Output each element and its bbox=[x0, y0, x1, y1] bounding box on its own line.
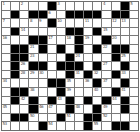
clue-number: 45 bbox=[3, 105, 7, 109]
white-cell-r11c1[interactable] bbox=[2, 88, 10, 96]
white-cell-r6c6[interactable] bbox=[48, 45, 56, 53]
white-cell-r4c12[interactable]: 15 bbox=[102, 28, 110, 36]
white-cell-r14c1[interactable] bbox=[2, 114, 10, 122]
white-cell-r6c15[interactable] bbox=[130, 45, 138, 53]
clue-number: 17 bbox=[48, 36, 52, 40]
clue-number: 42 bbox=[21, 97, 25, 101]
black-cell-r7c3 bbox=[20, 54, 28, 62]
white-cell-r9c3[interactable]: 28 bbox=[20, 71, 28, 79]
white-cell-r6c8[interactable] bbox=[66, 45, 74, 53]
clue-number: 24 bbox=[76, 54, 80, 58]
clue-number: 38 bbox=[30, 88, 34, 92]
black-cell-r12c4 bbox=[29, 97, 37, 105]
black-cell-r6c2 bbox=[11, 45, 19, 53]
clue-number: 2 bbox=[21, 2, 23, 6]
white-cell-r10c4[interactable] bbox=[29, 79, 37, 87]
white-cell-r10c2[interactable] bbox=[11, 79, 19, 87]
white-cell-r10c3[interactable] bbox=[20, 79, 28, 87]
white-cell-r3c4[interactable]: 8 bbox=[29, 19, 37, 27]
white-cell-r14c13[interactable] bbox=[112, 114, 120, 122]
clue-number: 36 bbox=[85, 79, 89, 83]
clue-number: 12 bbox=[112, 19, 116, 23]
clue-number: 4 bbox=[103, 2, 105, 6]
white-cell-r11c9[interactable] bbox=[75, 88, 83, 96]
white-cell-r15c7[interactable] bbox=[57, 122, 65, 130]
white-cell-r6c1[interactable] bbox=[2, 45, 10, 53]
black-cell-r12c6 bbox=[48, 97, 56, 105]
black-cell-r7c13 bbox=[112, 54, 120, 62]
white-cell-r9c14[interactable]: 33 bbox=[121, 71, 129, 79]
white-cell-r7c4[interactable]: 23 bbox=[29, 54, 37, 62]
white-cell-r15c9[interactable] bbox=[75, 122, 83, 130]
black-cell-r12c8 bbox=[66, 97, 74, 105]
white-cell-r9c6[interactable] bbox=[48, 71, 56, 79]
clue-number: 18 bbox=[66, 36, 70, 40]
black-cell-r14c11 bbox=[93, 114, 101, 122]
black-cell-r8c8 bbox=[66, 62, 74, 70]
white-cell-r2c3[interactable] bbox=[20, 11, 28, 19]
white-cell-r3c2[interactable] bbox=[11, 19, 19, 27]
white-cell-r5c13[interactable]: 20 bbox=[112, 36, 120, 44]
white-cell-r14c12[interactable]: 52 bbox=[102, 114, 110, 122]
white-cell-r1c1[interactable]: 1 bbox=[2, 2, 10, 10]
white-cell-r13c6[interactable]: 47 bbox=[48, 105, 56, 113]
clue-number: 19 bbox=[85, 36, 89, 40]
black-cell-r11c13 bbox=[112, 88, 120, 96]
white-cell-r6c4[interactable]: 21 bbox=[29, 45, 37, 53]
white-cell-r15c1[interactable]: 53 bbox=[2, 122, 10, 130]
black-cell-r3c6 bbox=[48, 19, 56, 27]
white-cell-r2c15[interactable] bbox=[130, 11, 138, 19]
black-cell-r12c12 bbox=[102, 97, 110, 105]
white-cell-r9c11[interactable]: 32 bbox=[93, 71, 101, 79]
clue-number: 6 bbox=[48, 11, 50, 15]
black-cell-r2c8 bbox=[66, 11, 74, 19]
clue-number: 49 bbox=[103, 105, 107, 109]
white-cell-r2c7[interactable] bbox=[57, 11, 65, 19]
black-cell-r12c14 bbox=[121, 97, 129, 105]
black-cell-r4c8 bbox=[66, 28, 74, 36]
black-cell-r5c4 bbox=[29, 36, 37, 44]
white-cell-r2c12[interactable] bbox=[102, 11, 110, 19]
white-cell-r1c2[interactable] bbox=[11, 2, 19, 10]
white-cell-r1c13[interactable] bbox=[112, 2, 120, 10]
white-cell-r15c12[interactable] bbox=[102, 122, 110, 130]
black-cell-r6c13 bbox=[112, 45, 120, 53]
black-cell-r9c10 bbox=[84, 71, 92, 79]
white-cell-r11c6[interactable] bbox=[48, 88, 56, 96]
clue-number: 47 bbox=[48, 105, 52, 109]
white-cell-r1c11[interactable] bbox=[93, 2, 101, 10]
white-cell-r12c11[interactable] bbox=[93, 97, 101, 105]
white-cell-r11c12[interactable] bbox=[102, 88, 110, 96]
white-cell-r13c13[interactable] bbox=[112, 105, 120, 113]
white-cell-r3c1[interactable]: 7 bbox=[2, 19, 10, 27]
black-cell-r15c14 bbox=[121, 122, 129, 130]
black-cell-r15c5 bbox=[39, 122, 47, 130]
white-cell-r3c11[interactable] bbox=[93, 19, 101, 27]
clue-number: 34 bbox=[3, 79, 7, 83]
clue-number: 30 bbox=[39, 71, 43, 75]
clue-number: 41 bbox=[121, 88, 125, 92]
white-cell-r7c11[interactable] bbox=[93, 54, 101, 62]
white-cell-r4c1[interactable] bbox=[2, 28, 10, 36]
clue-number: 10 bbox=[57, 19, 61, 23]
black-cell-r13c14 bbox=[121, 105, 129, 113]
white-cell-r3c13[interactable]: 12 bbox=[112, 19, 120, 27]
white-cell-r11c4[interactable]: 38 bbox=[29, 88, 37, 96]
black-cell-r15c13 bbox=[112, 122, 120, 130]
black-cell-r4c11 bbox=[93, 28, 101, 36]
white-cell-r13c10[interactable] bbox=[84, 105, 92, 113]
black-cell-r2c2 bbox=[11, 11, 19, 19]
black-cell-r2c5 bbox=[39, 11, 47, 19]
clue-number: 51 bbox=[66, 114, 70, 118]
white-cell-r9c4[interactable]: 29 bbox=[29, 71, 37, 79]
white-cell-r15c3[interactable] bbox=[20, 122, 28, 130]
clue-number: 39 bbox=[66, 88, 70, 92]
white-cell-r7c6[interactable] bbox=[48, 54, 56, 62]
crossword-page: 1234567891011121314151617181920212223242… bbox=[0, 0, 140, 132]
clue-number: 22 bbox=[103, 45, 107, 49]
white-cell-r7c5[interactable] bbox=[39, 54, 47, 62]
clue-number: 35 bbox=[66, 79, 70, 83]
white-cell-r14c6[interactable] bbox=[48, 114, 56, 122]
white-cell-r7c10[interactable] bbox=[84, 54, 92, 62]
white-cell-r5c8[interactable]: 18 bbox=[66, 36, 74, 44]
clue-number: 8 bbox=[30, 19, 32, 23]
clue-number: 55 bbox=[94, 122, 98, 126]
white-cell-r5c3[interactable] bbox=[20, 36, 28, 44]
white-cell-r1c5[interactable] bbox=[39, 2, 47, 10]
white-cell-r9c7[interactable] bbox=[57, 71, 65, 79]
clue-number: 40 bbox=[94, 88, 98, 92]
white-cell-r13c2[interactable] bbox=[11, 105, 19, 113]
black-cell-r9c8 bbox=[66, 71, 74, 79]
white-cell-r4c6[interactable] bbox=[48, 28, 56, 36]
white-cell-r13c1[interactable]: 45 bbox=[2, 105, 10, 113]
white-cell-r8c10[interactable] bbox=[84, 62, 92, 70]
clue-number: 43 bbox=[57, 97, 61, 101]
white-cell-r4c5[interactable] bbox=[39, 28, 47, 36]
black-cell-r8c5 bbox=[39, 62, 47, 70]
white-cell-r14c8[interactable]: 51 bbox=[66, 114, 74, 122]
black-cell-r15c10 bbox=[84, 122, 92, 130]
white-cell-r8c12[interactable]: 27 bbox=[102, 62, 110, 70]
crossword-board: 1234567891011121314151617181920212223242… bbox=[1, 1, 139, 131]
white-cell-r5c7[interactable] bbox=[57, 36, 65, 44]
white-cell-r13c3[interactable] bbox=[20, 105, 28, 113]
clue-number: 14 bbox=[21, 28, 25, 32]
white-cell-r13c12[interactable]: 49 bbox=[102, 105, 110, 113]
white-cell-r1c10[interactable] bbox=[84, 2, 92, 10]
clue-number: 1 bbox=[3, 2, 5, 6]
white-cell-r15c6[interactable]: 54 bbox=[48, 122, 56, 130]
clue-number: 20 bbox=[112, 36, 116, 40]
black-cell-r5c9 bbox=[75, 36, 83, 44]
black-cell-r7c8 bbox=[66, 54, 74, 62]
white-cell-r12c1[interactable] bbox=[2, 97, 10, 105]
white-cell-r5c14[interactable] bbox=[121, 36, 129, 44]
black-cell-r6c7 bbox=[57, 45, 65, 53]
white-cell-r14c14[interactable] bbox=[121, 114, 129, 122]
white-cell-r8c3[interactable]: 26 bbox=[20, 62, 28, 70]
white-cell-r11c14[interactable]: 41 bbox=[121, 88, 129, 96]
white-cell-r9c12[interactable] bbox=[102, 71, 110, 79]
black-cell-r11c2 bbox=[11, 88, 19, 96]
black-cell-r1c6 bbox=[48, 2, 56, 10]
white-cell-r10c1[interactable]: 34 bbox=[2, 79, 10, 87]
white-cell-r13c5[interactable]: 46 bbox=[39, 105, 47, 113]
white-cell-r3c3[interactable] bbox=[20, 19, 28, 27]
white-cell-r3c15[interactable] bbox=[130, 19, 138, 27]
white-cell-r9c9[interactable]: 31 bbox=[75, 71, 83, 79]
black-cell-r9c2 bbox=[11, 71, 19, 79]
black-cell-r5c12 bbox=[102, 36, 110, 44]
white-cell-r9c15[interactable] bbox=[130, 71, 138, 79]
white-cell-r1c12[interactable]: 4 bbox=[102, 2, 110, 10]
black-cell-r4c9 bbox=[75, 28, 83, 36]
black-cell-r8c11 bbox=[93, 62, 101, 70]
clue-number: 21 bbox=[30, 45, 34, 49]
black-cell-r8c2 bbox=[11, 62, 19, 70]
white-cell-r10c9[interactable] bbox=[75, 79, 83, 87]
white-cell-r13c15[interactable] bbox=[130, 105, 138, 113]
white-cell-r15c11[interactable]: 55 bbox=[93, 122, 101, 130]
clue-number: 53 bbox=[3, 122, 7, 126]
white-cell-r15c15[interactable] bbox=[130, 122, 138, 130]
white-cell-r14c15[interactable] bbox=[130, 114, 138, 122]
white-cell-r5c11[interactable] bbox=[93, 36, 101, 44]
white-cell-r1c9[interactable] bbox=[75, 2, 83, 10]
black-cell-r2c9 bbox=[75, 11, 83, 19]
white-cell-r15c2[interactable] bbox=[11, 122, 19, 130]
white-cell-r7c15[interactable] bbox=[130, 54, 138, 62]
white-cell-r10c15[interactable] bbox=[130, 79, 138, 87]
white-cell-r8c6[interactable] bbox=[48, 62, 56, 70]
white-cell-r5c10[interactable]: 19 bbox=[84, 36, 92, 44]
black-cell-r8c7 bbox=[57, 62, 65, 70]
white-cell-r12c7[interactable]: 43 bbox=[57, 97, 65, 105]
white-cell-r4c7[interactable] bbox=[57, 28, 65, 36]
clue-number: 3 bbox=[57, 2, 59, 6]
black-cell-r11c7 bbox=[57, 88, 65, 96]
white-cell-r4c4[interactable] bbox=[29, 28, 37, 36]
white-cell-r12c13[interactable]: 44 bbox=[112, 97, 120, 105]
white-cell-r9c5[interactable]: 30 bbox=[39, 71, 47, 79]
white-cell-r11c5[interactable] bbox=[39, 88, 47, 96]
black-cell-r1c14 bbox=[121, 2, 129, 10]
black-cell-r14c7 bbox=[57, 114, 65, 122]
white-cell-r3c9[interactable] bbox=[75, 19, 83, 27]
white-cell-r12c9[interactable] bbox=[75, 97, 83, 105]
white-cell-r7c9[interactable]: 24 bbox=[75, 54, 83, 62]
black-cell-r4c2 bbox=[11, 28, 19, 36]
white-cell-r11c8[interactable]: 39 bbox=[66, 88, 74, 96]
black-cell-r10c7 bbox=[57, 79, 65, 87]
clue-number: 50 bbox=[30, 114, 34, 118]
clue-number: 28 bbox=[21, 71, 25, 75]
white-cell-r5c6[interactable]: 17 bbox=[48, 36, 56, 44]
clue-number: 11 bbox=[85, 19, 89, 23]
white-cell-r10c13[interactable] bbox=[112, 79, 120, 87]
white-cell-r14c4[interactable]: 50 bbox=[29, 114, 37, 122]
black-cell-r5c5 bbox=[39, 36, 47, 44]
white-cell-r10c12[interactable]: 37 bbox=[102, 79, 110, 87]
white-cell-r4c15[interactable] bbox=[130, 28, 138, 36]
white-cell-r3c8[interactable] bbox=[66, 19, 74, 27]
clue-number: 31 bbox=[76, 71, 80, 75]
clue-number: 13 bbox=[121, 19, 125, 23]
black-cell-r14c10 bbox=[84, 114, 92, 122]
clue-number: 29 bbox=[30, 71, 34, 75]
clue-number: 23 bbox=[30, 54, 34, 58]
black-cell-r11c3 bbox=[20, 88, 28, 96]
black-cell-r6c5 bbox=[39, 45, 47, 53]
white-cell-r14c5[interactable] bbox=[39, 114, 47, 122]
black-cell-r9c13 bbox=[112, 71, 120, 79]
white-cell-r7c12[interactable] bbox=[102, 54, 110, 62]
clue-number: 37 bbox=[103, 79, 107, 83]
clue-number: 32 bbox=[94, 71, 98, 75]
black-cell-r14c3 bbox=[20, 114, 28, 122]
black-cell-r14c2 bbox=[11, 114, 19, 122]
white-cell-r8c15[interactable] bbox=[130, 62, 138, 70]
white-cell-r4c3[interactable]: 14 bbox=[20, 28, 28, 36]
white-cell-r11c15[interactable] bbox=[130, 88, 138, 96]
black-cell-r13c4 bbox=[29, 105, 37, 113]
white-cell-r4c13[interactable] bbox=[112, 28, 120, 36]
white-cell-r3c10[interactable]: 11 bbox=[84, 19, 92, 27]
white-cell-r3c12[interactable] bbox=[102, 19, 110, 27]
black-cell-r2c14 bbox=[121, 11, 129, 19]
clue-number: 25 bbox=[121, 54, 125, 58]
white-cell-r13c7[interactable] bbox=[57, 105, 65, 113]
clue-number: 15 bbox=[103, 28, 107, 32]
white-cell-r6c12[interactable]: 22 bbox=[102, 45, 110, 53]
black-cell-r7c2 bbox=[11, 54, 19, 62]
white-cell-r11c11[interactable]: 40 bbox=[93, 88, 101, 96]
white-cell-r3c5[interactable]: 9 bbox=[39, 19, 47, 27]
white-cell-r5c2[interactable] bbox=[11, 36, 19, 44]
black-cell-r13c11 bbox=[93, 105, 101, 113]
white-cell-r3c7[interactable]: 10 bbox=[57, 19, 65, 27]
clue-number: 48 bbox=[76, 105, 80, 109]
white-cell-r2c6[interactable]: 6 bbox=[48, 11, 56, 19]
black-cell-r6c3 bbox=[20, 45, 28, 53]
white-cell-r11c10[interactable] bbox=[84, 88, 92, 96]
white-cell-r8c1[interactable] bbox=[2, 62, 10, 70]
white-cell-r1c3[interactable]: 2 bbox=[20, 2, 28, 10]
clue-number: 9 bbox=[39, 19, 41, 23]
clue-number: 46 bbox=[39, 105, 43, 109]
white-cell-r8c13[interactable] bbox=[112, 62, 120, 70]
clue-number: 27 bbox=[103, 62, 107, 66]
white-cell-r6c10[interactable] bbox=[84, 45, 92, 53]
black-cell-r10c11 bbox=[93, 79, 101, 87]
clue-number: 16 bbox=[3, 36, 7, 40]
white-cell-r15c4[interactable] bbox=[29, 122, 37, 130]
black-cell-r8c9 bbox=[75, 62, 83, 70]
clue-number: 33 bbox=[121, 71, 125, 75]
clue-number: 52 bbox=[103, 114, 107, 118]
white-cell-r4c10[interactable] bbox=[84, 28, 92, 36]
black-cell-r10c6 bbox=[48, 79, 56, 87]
white-cell-r12c5[interactable] bbox=[39, 97, 47, 105]
black-cell-r8c4 bbox=[29, 62, 37, 70]
white-cell-r1c8[interactable] bbox=[66, 2, 74, 10]
white-cell-r3c14[interactable]: 13 bbox=[121, 19, 129, 27]
black-cell-r12c2 bbox=[11, 97, 19, 105]
black-cell-r2c13 bbox=[112, 11, 120, 19]
white-cell-r1c7[interactable]: 3 bbox=[57, 2, 65, 10]
clue-number: 44 bbox=[112, 97, 116, 101]
white-cell-r14c9[interactable] bbox=[75, 114, 83, 122]
clue-number: 5 bbox=[130, 2, 132, 6]
white-cell-r7c14[interactable]: 25 bbox=[121, 54, 129, 62]
white-cell-r13c9[interactable]: 48 bbox=[75, 105, 83, 113]
white-cell-r12c3[interactable]: 42 bbox=[20, 97, 28, 105]
black-cell-r6c11 bbox=[93, 45, 101, 53]
black-cell-r8c14 bbox=[121, 62, 129, 70]
black-cell-r12c10 bbox=[84, 97, 92, 105]
clue-number: 26 bbox=[21, 62, 25, 66]
white-cell-r2c1[interactable] bbox=[2, 11, 10, 19]
white-cell-r10c8[interactable]: 35 bbox=[66, 79, 74, 87]
clue-number: 54 bbox=[48, 122, 52, 126]
white-cell-r7c1[interactable] bbox=[2, 54, 10, 62]
white-cell-r4c14[interactable] bbox=[121, 28, 129, 36]
white-cell-r15c8[interactable] bbox=[66, 122, 74, 130]
white-cell-r9c1[interactable] bbox=[2, 71, 10, 79]
white-cell-r10c10[interactable]: 36 bbox=[84, 79, 92, 87]
black-cell-r2c11 bbox=[93, 11, 101, 19]
white-cell-r1c15[interactable]: 5 bbox=[130, 2, 138, 10]
white-cell-r5c15[interactable] bbox=[130, 36, 138, 44]
white-cell-r5c1[interactable]: 16 bbox=[2, 36, 10, 44]
white-cell-r12c15[interactable] bbox=[130, 97, 138, 105]
black-cell-r2c4 bbox=[29, 11, 37, 19]
black-cell-r2c10 bbox=[84, 11, 92, 19]
black-cell-r10c14 bbox=[121, 79, 129, 87]
white-cell-r7c7[interactable] bbox=[57, 54, 65, 62]
white-cell-r1c4[interactable] bbox=[29, 2, 37, 10]
white-cell-r10c5[interactable] bbox=[39, 79, 47, 87]
clue-number: 7 bbox=[3, 19, 5, 23]
black-cell-r13c8 bbox=[66, 105, 74, 113]
black-cell-r6c14 bbox=[121, 45, 129, 53]
black-cell-r6c9 bbox=[75, 45, 83, 53]
